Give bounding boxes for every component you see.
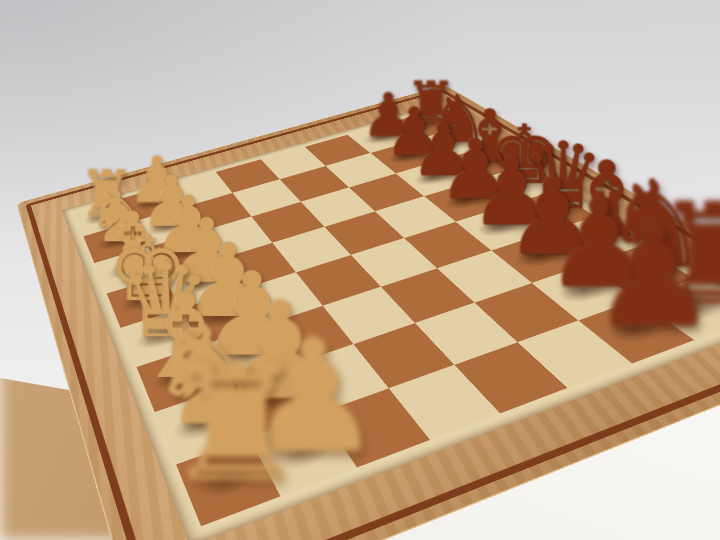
board-grid: ♜♟♟♜♞♟♟♞♝♟♟♝♚♟♟♚♛♟♟♛♝♟♟♝♞♟♟♞♜♟♟♜: [74, 111, 720, 526]
chess-board: ♜♟♟♜♞♟♟♞♝♟♟♝♚♟♟♚♛♟♟♛♝♟♟♝♞♟♟♞♜♟♟♜: [16, 85, 720, 540]
square-d8: ♛: [506, 190, 595, 233]
board-inner-border: ♜♟♟♜♞♟♟♞♝♟♟♝♚♟♟♚♛♟♟♛♝♟♟♝♞♟♟♞♜♟♟♜: [62, 106, 720, 540]
photo-scene: ♜♟♟♜♞♟♟♞♝♟♟♝♚♟♟♚♛♟♟♛♝♟♟♝♞♟♟♞♜♟♟♜: [0, 0, 720, 540]
piece-black-rook-h8: ♜: [335, 75, 527, 131]
